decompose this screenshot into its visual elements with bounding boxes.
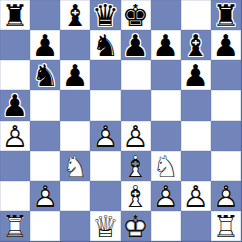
white-pawn-fill: ♟ (121, 121, 151, 151)
square-g7[interactable]: ♝ (181, 30, 211, 60)
square-f4[interactable] (151, 121, 181, 151)
square-b3[interactable] (30, 151, 60, 181)
square-e7[interactable]: ♟ (121, 30, 151, 60)
square-a1[interactable]: ♜♖ (0, 211, 30, 241)
square-d6[interactable] (90, 60, 120, 90)
square-e5[interactable] (121, 90, 151, 120)
square-h1[interactable]: ♜♖ (211, 211, 241, 241)
square-e8[interactable]: ♚ (121, 0, 151, 30)
square-c4[interactable] (60, 121, 90, 151)
square-b1[interactable] (30, 211, 60, 241)
square-f6[interactable] (151, 60, 181, 90)
square-d1[interactable]: ♛♕ (90, 211, 120, 241)
white-rook-icon: ♖ (211, 211, 241, 241)
square-e3[interactable]: ♝♗ (121, 151, 151, 181)
square-c2[interactable] (60, 181, 90, 211)
white-pawn-fill: ♟ (151, 181, 181, 211)
black-king-icon: ♚ (121, 0, 151, 30)
square-g8[interactable] (181, 0, 211, 30)
white-bishop-icon: ♗ (121, 181, 151, 211)
black-pawn-icon: ♟ (121, 30, 151, 60)
square-b6[interactable]: ♞ (30, 60, 60, 90)
square-g6[interactable]: ♟ (181, 60, 211, 90)
black-pawn-icon: ♟ (151, 30, 181, 60)
black-rook-icon: ♜ (211, 0, 241, 30)
square-h5[interactable] (211, 90, 241, 120)
white-pawn-icon: ♙ (181, 181, 211, 211)
square-c5[interactable] (60, 90, 90, 120)
white-knight-fill: ♞ (151, 151, 181, 181)
white-king-icon: ♔ (121, 211, 151, 241)
white-pawn-fill: ♟ (30, 181, 60, 211)
white-bishop-icon: ♗ (121, 151, 151, 181)
square-d5[interactable] (90, 90, 120, 120)
black-pawn-icon: ♟ (211, 30, 241, 60)
white-pawn-icon: ♙ (0, 121, 30, 151)
white-bishop-fill: ♝ (121, 181, 151, 211)
white-queen-fill: ♛ (90, 211, 120, 241)
square-c8[interactable]: ♝ (60, 0, 90, 30)
black-knight-icon: ♞ (30, 60, 60, 90)
white-pawn-fill: ♟ (211, 181, 241, 211)
square-b2[interactable]: ♟♙ (30, 181, 60, 211)
white-pawn-fill: ♟ (90, 121, 120, 151)
square-g1[interactable] (181, 211, 211, 241)
square-f8[interactable] (151, 0, 181, 30)
square-a2[interactable] (0, 181, 30, 211)
square-e4[interactable]: ♟♙ (121, 121, 151, 151)
square-e1[interactable]: ♚♔ (121, 211, 151, 241)
square-g4[interactable] (181, 121, 211, 151)
square-f5[interactable] (151, 90, 181, 120)
square-c3[interactable]: ♞♘ (60, 151, 90, 181)
white-queen-icon: ♕ (90, 211, 120, 241)
square-a3[interactable] (0, 151, 30, 181)
square-a7[interactable] (0, 30, 30, 60)
square-d3[interactable] (90, 151, 120, 181)
white-bishop-fill: ♝ (121, 151, 151, 181)
white-pawn-icon: ♙ (151, 181, 181, 211)
square-h8[interactable]: ♜ (211, 0, 241, 30)
square-f7[interactable]: ♟ (151, 30, 181, 60)
square-g2[interactable]: ♟♙ (181, 181, 211, 211)
square-c6[interactable]: ♟ (60, 60, 90, 90)
square-c7[interactable] (60, 30, 90, 60)
square-a5[interactable]: ♟ (0, 90, 30, 120)
square-e2[interactable]: ♝♗ (121, 181, 151, 211)
square-f1[interactable] (151, 211, 181, 241)
square-a4[interactable]: ♟♙ (0, 121, 30, 151)
white-pawn-fill: ♟ (0, 121, 30, 151)
white-rook-fill: ♜ (211, 211, 241, 241)
white-king-fill: ♚ (121, 211, 151, 241)
black-rook-icon: ♜ (0, 0, 30, 30)
white-pawn-icon: ♙ (30, 181, 60, 211)
white-knight-icon: ♘ (60, 151, 90, 181)
black-pawn-icon: ♟ (0, 90, 30, 120)
square-h3[interactable] (211, 151, 241, 181)
black-bishop-icon: ♝ (60, 0, 90, 30)
square-f2[interactable]: ♟♙ (151, 181, 181, 211)
chess-board: ♜♝♛♚♜♟♞♟♟♝♟♞♟♟♟♟♙♟♙♟♙♞♘♝♗♞♘♟♙♝♗♟♙♟♙♟♙♜♖♛… (0, 0, 242, 242)
black-knight-icon: ♞ (90, 30, 120, 60)
white-pawn-icon: ♙ (121, 121, 151, 151)
square-a8[interactable]: ♜ (0, 0, 30, 30)
black-pawn-icon: ♟ (60, 60, 90, 90)
square-b5[interactable] (30, 90, 60, 120)
square-h7[interactable]: ♟ (211, 30, 241, 60)
black-queen-icon: ♛ (90, 0, 120, 30)
white-knight-fill: ♞ (60, 151, 90, 181)
square-h2[interactable]: ♟♙ (211, 181, 241, 211)
square-e6[interactable] (121, 60, 151, 90)
square-g5[interactable] (181, 90, 211, 120)
square-f3[interactable]: ♞♘ (151, 151, 181, 181)
square-d2[interactable] (90, 181, 120, 211)
square-d4[interactable]: ♟♙ (90, 121, 120, 151)
white-knight-icon: ♘ (151, 151, 181, 181)
square-h4[interactable] (211, 121, 241, 151)
square-g3[interactable] (181, 151, 211, 181)
square-h6[interactable] (211, 60, 241, 90)
black-bishop-icon: ♝ (181, 30, 211, 60)
square-b8[interactable] (30, 0, 60, 30)
square-d7[interactable]: ♞ (90, 30, 120, 60)
square-b4[interactable] (30, 121, 60, 151)
square-c1[interactable] (60, 211, 90, 241)
white-rook-fill: ♜ (0, 211, 30, 241)
black-pawn-icon: ♟ (181, 60, 211, 90)
white-pawn-icon: ♙ (211, 181, 241, 211)
black-pawn-icon: ♟ (30, 30, 60, 60)
square-d8[interactable]: ♛ (90, 0, 120, 30)
white-rook-icon: ♖ (0, 211, 30, 241)
white-pawn-icon: ♙ (90, 121, 120, 151)
square-a6[interactable] (0, 60, 30, 90)
white-pawn-fill: ♟ (181, 181, 211, 211)
square-b7[interactable]: ♟ (30, 30, 60, 60)
